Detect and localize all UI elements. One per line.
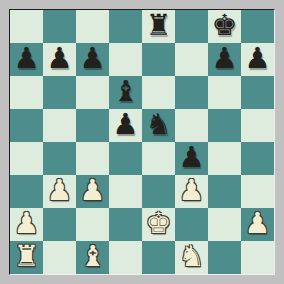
- square-e8[interactable]: ♜: [142, 10, 175, 43]
- square-f5[interactable]: [175, 109, 208, 142]
- square-h6[interactable]: [241, 76, 274, 109]
- square-b1[interactable]: [43, 241, 76, 274]
- square-e5[interactable]: ♞: [142, 109, 175, 142]
- square-b5[interactable]: [43, 109, 76, 142]
- piece-black-pawn[interactable]: ♟: [14, 43, 40, 75]
- piece-white-rook[interactable]: ♜: [14, 241, 40, 273]
- square-f8[interactable]: [175, 10, 208, 43]
- piece-black-pawn[interactable]: ♟: [80, 43, 106, 75]
- square-b6[interactable]: [43, 76, 76, 109]
- square-c4[interactable]: [76, 142, 109, 175]
- square-a5[interactable]: [10, 109, 43, 142]
- square-g1[interactable]: [208, 241, 241, 274]
- square-g4[interactable]: [208, 142, 241, 175]
- square-d1[interactable]: [109, 241, 142, 274]
- square-f1[interactable]: ♞: [175, 241, 208, 274]
- board-frame: ♜♚♟♟♟♟♟♝♟♞♟♟♟♟♟♚♟♜♝♞: [0, 0, 284, 284]
- square-c7[interactable]: ♟: [76, 43, 109, 76]
- square-f3[interactable]: ♟: [175, 175, 208, 208]
- piece-white-pawn[interactable]: ♟: [47, 175, 73, 207]
- square-d4[interactable]: [109, 142, 142, 175]
- square-a1[interactable]: ♜: [10, 241, 43, 274]
- square-f7[interactable]: [175, 43, 208, 76]
- square-a2[interactable]: ♟: [10, 208, 43, 241]
- piece-white-pawn[interactable]: ♟: [245, 208, 271, 240]
- chess-board: ♜♚♟♟♟♟♟♝♟♞♟♟♟♟♟♚♟♜♝♞: [9, 9, 275, 275]
- piece-white-pawn[interactable]: ♟: [14, 208, 40, 240]
- piece-black-king[interactable]: ♚: [212, 10, 238, 42]
- square-f2[interactable]: [175, 208, 208, 241]
- piece-white-knight[interactable]: ♞: [179, 241, 205, 273]
- square-f6[interactable]: [175, 76, 208, 109]
- square-a4[interactable]: [10, 142, 43, 175]
- piece-black-pawn[interactable]: ♟: [179, 142, 205, 174]
- square-d5[interactable]: ♟: [109, 109, 142, 142]
- square-c8[interactable]: [76, 10, 109, 43]
- square-a6[interactable]: [10, 76, 43, 109]
- square-h7[interactable]: ♟: [241, 43, 274, 76]
- square-d7[interactable]: [109, 43, 142, 76]
- piece-white-pawn[interactable]: ♟: [179, 175, 205, 207]
- piece-white-king[interactable]: ♚: [146, 208, 172, 240]
- square-g6[interactable]: [208, 76, 241, 109]
- square-h1[interactable]: [241, 241, 274, 274]
- square-c2[interactable]: [76, 208, 109, 241]
- piece-black-pawn[interactable]: ♟: [113, 109, 139, 141]
- piece-white-pawn[interactable]: ♟: [80, 175, 106, 207]
- piece-black-rook[interactable]: ♜: [146, 10, 172, 42]
- square-c1[interactable]: ♝: [76, 241, 109, 274]
- square-e4[interactable]: [142, 142, 175, 175]
- square-f4[interactable]: ♟: [175, 142, 208, 175]
- piece-white-bishop[interactable]: ♝: [80, 241, 106, 273]
- square-c6[interactable]: [76, 76, 109, 109]
- piece-black-pawn[interactable]: ♟: [212, 43, 238, 75]
- square-d2[interactable]: [109, 208, 142, 241]
- square-e2[interactable]: ♚: [142, 208, 175, 241]
- square-b2[interactable]: [43, 208, 76, 241]
- square-g3[interactable]: [208, 175, 241, 208]
- square-b7[interactable]: ♟: [43, 43, 76, 76]
- square-e3[interactable]: [142, 175, 175, 208]
- piece-black-knight[interactable]: ♞: [146, 109, 172, 141]
- square-g7[interactable]: ♟: [208, 43, 241, 76]
- square-g8[interactable]: ♚: [208, 10, 241, 43]
- square-c3[interactable]: ♟: [76, 175, 109, 208]
- square-g2[interactable]: [208, 208, 241, 241]
- piece-black-bishop[interactable]: ♝: [113, 76, 139, 108]
- square-d8[interactable]: [109, 10, 142, 43]
- square-h5[interactable]: [241, 109, 274, 142]
- square-h8[interactable]: [241, 10, 274, 43]
- square-e6[interactable]: [142, 76, 175, 109]
- square-c5[interactable]: [76, 109, 109, 142]
- square-d3[interactable]: [109, 175, 142, 208]
- square-d6[interactable]: ♝: [109, 76, 142, 109]
- piece-black-pawn[interactable]: ♟: [245, 43, 271, 75]
- square-b3[interactable]: ♟: [43, 175, 76, 208]
- square-h2[interactable]: ♟: [241, 208, 274, 241]
- square-a7[interactable]: ♟: [10, 43, 43, 76]
- square-e1[interactable]: [142, 241, 175, 274]
- square-a8[interactable]: [10, 10, 43, 43]
- square-h4[interactable]: [241, 142, 274, 175]
- piece-black-pawn[interactable]: ♟: [47, 43, 73, 75]
- square-b4[interactable]: [43, 142, 76, 175]
- square-g5[interactable]: [208, 109, 241, 142]
- square-e7[interactable]: [142, 43, 175, 76]
- square-a3[interactable]: [10, 175, 43, 208]
- square-h3[interactable]: [241, 175, 274, 208]
- square-b8[interactable]: [43, 10, 76, 43]
